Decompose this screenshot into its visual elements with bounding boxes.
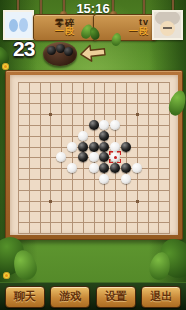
board-grid[interactable] [10, 75, 178, 235]
black-stone-bowl-icon [43, 42, 77, 66]
exit-button[interactable]: 退出 [141, 286, 181, 308]
white-stone [89, 163, 99, 173]
black-stone [110, 163, 120, 173]
black-stone-in-bowl [64, 47, 73, 56]
game-screen: 15:16 零碎 一段 tv 一段 23 [0, 0, 186, 310]
white-stone [78, 131, 88, 141]
black-stone [99, 131, 109, 141]
avatar-anime-icon [163, 27, 172, 29]
star-point [49, 200, 52, 203]
white-stone [89, 152, 99, 162]
avatar-cartoon-icon [19, 18, 28, 32]
last-move-marker [109, 151, 121, 163]
star-point [136, 113, 139, 116]
black-stone [89, 120, 99, 130]
player-black-avatar[interactable] [3, 10, 34, 40]
bottom-menu-bar: 聊天 游戏 设置 退出 [0, 282, 186, 310]
settings-button[interactable]: 设置 [96, 286, 136, 308]
white-stone [67, 142, 77, 152]
black-stone [78, 152, 88, 162]
grid-line-vertical [158, 82, 159, 234]
white-stone [110, 120, 120, 130]
black-stone-in-bowl [47, 46, 56, 55]
turn-arrow-icon [79, 43, 107, 68]
white-stone [110, 142, 120, 152]
black-stone [99, 142, 109, 152]
move-timer: 23 [13, 37, 34, 61]
white-stone [56, 152, 66, 162]
white-stone [99, 174, 109, 184]
grid-line-horizontal [18, 233, 170, 234]
white-stone [67, 163, 77, 173]
chat-button[interactable]: 聊天 [5, 286, 45, 308]
star-point [49, 113, 52, 116]
game-button[interactable]: 游戏 [50, 286, 90, 308]
black-stone [99, 152, 109, 162]
player-white-avatar[interactable] [152, 10, 183, 40]
white-stone [99, 120, 109, 130]
black-stone [89, 142, 99, 152]
board-frame [5, 70, 183, 240]
player-white-rank: 一段 [94, 25, 156, 38]
star-point [136, 200, 139, 203]
white-stone [132, 163, 142, 173]
white-stone [121, 174, 131, 184]
grid-line-horizontal [18, 211, 170, 212]
black-stone [99, 163, 109, 173]
black-stone [78, 142, 88, 152]
flower-decoration [3, 272, 10, 279]
avatar-cartoon-icon [9, 19, 18, 32]
player-white-plaque: tv 一段 [93, 14, 157, 41]
grid-line-horizontal [18, 222, 170, 223]
black-stone [121, 142, 131, 152]
black-stone [121, 163, 131, 173]
flower-decoration [2, 63, 9, 70]
